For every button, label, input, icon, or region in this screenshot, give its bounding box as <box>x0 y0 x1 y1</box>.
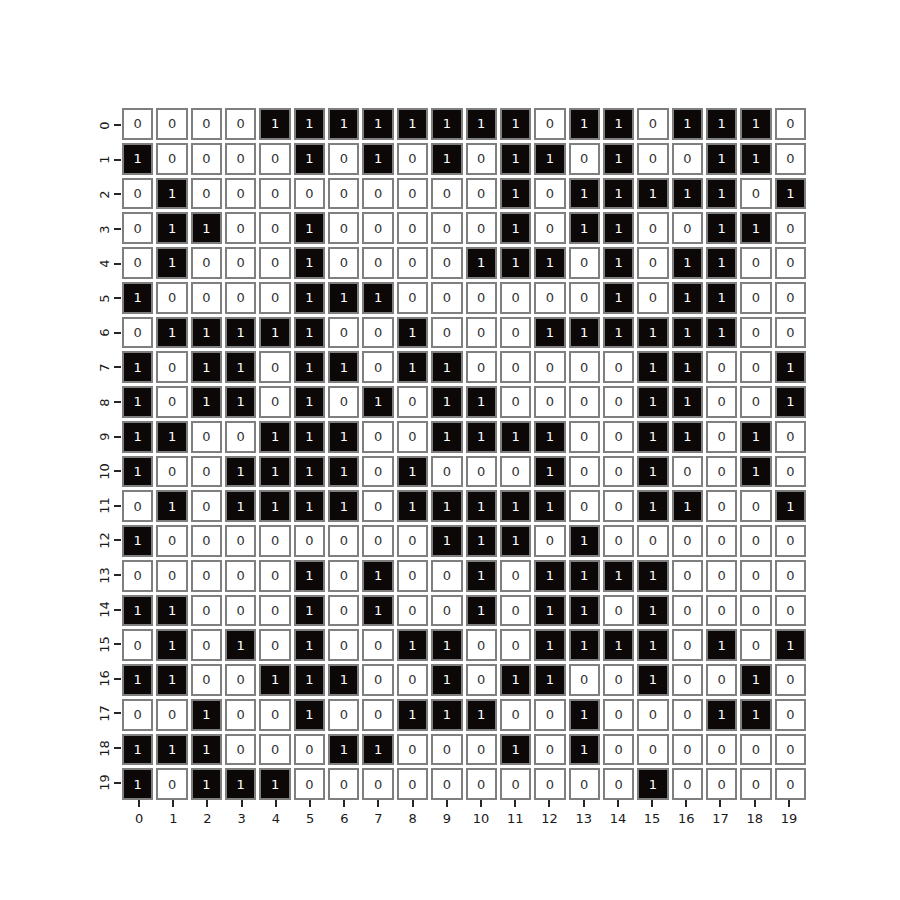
row-label: 7 <box>94 350 114 385</box>
grid-cell: 1 <box>637 490 668 522</box>
grid-cell: 1 <box>122 768 153 800</box>
grid-cell: 0 <box>637 282 668 314</box>
grid-cell: 1 <box>569 178 600 210</box>
grid-cell: 1 <box>672 490 703 522</box>
grid-cell: 0 <box>397 282 428 314</box>
grid-cell: 1 <box>225 351 256 383</box>
grid-cell: 0 <box>672 595 703 627</box>
grid-cell: 0 <box>397 386 428 418</box>
grid-cell: 0 <box>500 456 531 488</box>
grid-cell: 1 <box>466 386 497 418</box>
grid-cell: 0 <box>191 421 222 453</box>
row-tick <box>114 765 121 800</box>
grid-cell: 1 <box>637 386 668 418</box>
grid-cell: 1 <box>740 143 771 175</box>
col-tick <box>122 800 156 807</box>
grid-cell: 0 <box>466 351 497 383</box>
grid-cell: 0 <box>122 108 153 140</box>
grid-cell: 0 <box>740 560 771 592</box>
grid-cell: 0 <box>672 768 703 800</box>
grid-cell: 0 <box>500 595 531 627</box>
grid-cell: 0 <box>225 699 256 731</box>
grid-cell: 0 <box>397 734 428 766</box>
grid-cell: 0 <box>259 143 290 175</box>
grid-cell: 0 <box>225 525 256 557</box>
grid-cell: 1 <box>569 595 600 627</box>
grid-cell: 0 <box>191 560 222 592</box>
grid-cell: 1 <box>122 386 153 418</box>
grid-cell: 0 <box>328 143 359 175</box>
col-axis-labels: 012345678910111213141516171819 <box>122 811 806 829</box>
grid-cell: 0 <box>534 699 565 731</box>
grid-cell: 0 <box>569 386 600 418</box>
grid-cell: 1 <box>466 699 497 731</box>
grid-cell: 0 <box>775 560 806 592</box>
grid-cell: 0 <box>122 247 153 279</box>
grid-cell: 0 <box>156 386 187 418</box>
col-tick <box>532 800 566 807</box>
grid-cell: 0 <box>431 734 462 766</box>
grid-cell: 0 <box>740 595 771 627</box>
grid-cell: 0 <box>225 421 256 453</box>
grid-cell: 0 <box>362 351 393 383</box>
grid-cell: 0 <box>706 560 737 592</box>
grid-cell: 1 <box>328 490 359 522</box>
grid-cell: 0 <box>500 386 531 418</box>
grid-cell: 0 <box>672 664 703 696</box>
grid-cell: 1 <box>122 595 153 627</box>
grid-cell: 0 <box>225 143 256 175</box>
grid-cell: 0 <box>225 560 256 592</box>
grid-cell: 0 <box>225 734 256 766</box>
grid-cell: 0 <box>156 282 187 314</box>
grid-cell: 1 <box>259 456 290 488</box>
grid-cell: 0 <box>603 699 634 731</box>
row-tick <box>114 454 121 489</box>
grid-cell: 1 <box>637 560 668 592</box>
grid-cell: 1 <box>122 734 153 766</box>
grid-cell: 0 <box>775 595 806 627</box>
grid-cell: 1 <box>362 560 393 592</box>
row-tick <box>114 523 121 558</box>
col-label: 15 <box>635 811 669 829</box>
grid-cell: 0 <box>672 143 703 175</box>
row-tick <box>114 143 121 178</box>
grid-cell: 0 <box>500 317 531 349</box>
grid-cell: 1 <box>156 317 187 349</box>
grid-cell: 1 <box>294 212 325 244</box>
grid-cell: 1 <box>191 317 222 349</box>
grid-cell: 1 <box>225 386 256 418</box>
row-label: 1 <box>94 143 114 178</box>
grid-cell: 0 <box>259 212 290 244</box>
grid-cell: 0 <box>328 595 359 627</box>
grid-cell: 0 <box>534 351 565 383</box>
grid-cell: 1 <box>362 595 393 627</box>
row-label: 8 <box>94 385 114 420</box>
grid-cell: 1 <box>397 456 428 488</box>
col-tick <box>190 800 224 807</box>
grid-cell: 0 <box>191 247 222 279</box>
grid-cell: 0 <box>225 178 256 210</box>
grid-cell: 1 <box>500 143 531 175</box>
grid-cell: 0 <box>569 143 600 175</box>
grid-cell: 1 <box>431 108 462 140</box>
grid-cell: 1 <box>500 178 531 210</box>
col-label: 1 <box>156 811 190 829</box>
row-tick <box>114 212 121 247</box>
grid-cell: 1 <box>775 629 806 661</box>
grid-cell: 0 <box>603 456 634 488</box>
grid-cell: 1 <box>259 421 290 453</box>
row-label: 19 <box>94 765 114 800</box>
grid-cell: 1 <box>466 108 497 140</box>
grid-cell: 0 <box>259 386 290 418</box>
grid-cell: 0 <box>672 212 703 244</box>
grid-cell: 0 <box>775 699 806 731</box>
grid-cell: 0 <box>328 525 359 557</box>
grid-cell: 0 <box>362 178 393 210</box>
grid-cell: 1 <box>294 108 325 140</box>
grid-cell: 0 <box>362 768 393 800</box>
grid-cell: 0 <box>397 595 428 627</box>
grid-cell: 0 <box>740 768 771 800</box>
grid-cell: 0 <box>328 560 359 592</box>
grid-cell: 1 <box>603 143 634 175</box>
grid-cell: 1 <box>156 664 187 696</box>
grid-cell: 1 <box>569 629 600 661</box>
row-label: 10 <box>94 454 114 489</box>
grid-cell: 0 <box>294 734 325 766</box>
grid-cell: 0 <box>740 351 771 383</box>
grid-cell: 0 <box>156 525 187 557</box>
grid-cell: 0 <box>740 282 771 314</box>
grid-cell: 1 <box>569 560 600 592</box>
col-tick <box>669 800 703 807</box>
grid-cell: 0 <box>397 212 428 244</box>
grid-cell: 1 <box>603 282 634 314</box>
grid-cell: 1 <box>122 456 153 488</box>
grid-cell: 0 <box>362 212 393 244</box>
col-tick <box>567 800 601 807</box>
grid-cell: 0 <box>706 386 737 418</box>
grid-cell: 0 <box>122 490 153 522</box>
grid-cell: 0 <box>569 421 600 453</box>
grid-cell: 0 <box>706 421 737 453</box>
grid-cell: 0 <box>500 699 531 731</box>
grid-cell: 1 <box>534 143 565 175</box>
grid-cell: 0 <box>534 525 565 557</box>
grid-cell: 0 <box>534 734 565 766</box>
grid-cell: 0 <box>500 629 531 661</box>
grid-cell: 1 <box>534 664 565 696</box>
grid-cell: 0 <box>500 560 531 592</box>
grid-cell: 1 <box>156 247 187 279</box>
col-tick <box>498 800 532 807</box>
col-label: 14 <box>601 811 635 829</box>
col-label: 2 <box>190 811 224 829</box>
grid-cell: 0 <box>706 490 737 522</box>
grid-cell: 1 <box>294 317 325 349</box>
grid-cell: 1 <box>397 699 428 731</box>
grid-cell: 0 <box>362 629 393 661</box>
row-tick <box>114 627 121 662</box>
grid-cell: 0 <box>603 490 634 522</box>
grid-cell: 1 <box>569 317 600 349</box>
grid-cell: 0 <box>775 734 806 766</box>
grid-cell: 1 <box>362 734 393 766</box>
row-label: 12 <box>94 523 114 558</box>
col-label: 5 <box>293 811 327 829</box>
grid-cell: 1 <box>740 456 771 488</box>
grid-cell: 1 <box>122 525 153 557</box>
grid-cell: 0 <box>328 629 359 661</box>
grid-cell: 1 <box>569 734 600 766</box>
grid-cell: 0 <box>672 560 703 592</box>
grid-cell: 1 <box>225 317 256 349</box>
grid-cell: 1 <box>500 734 531 766</box>
row-label: 4 <box>94 246 114 281</box>
grid-cell: 1 <box>294 386 325 418</box>
grid-cell: 0 <box>259 525 290 557</box>
grid-cell: 0 <box>775 525 806 557</box>
grid-cell: 0 <box>122 629 153 661</box>
col-label: 12 <box>532 811 566 829</box>
grid-cell: 1 <box>740 699 771 731</box>
grid-cell: 1 <box>466 421 497 453</box>
grid-cell: 1 <box>294 351 325 383</box>
grid-cell: 0 <box>569 247 600 279</box>
grid-cell: 1 <box>603 317 634 349</box>
grid-cell: 0 <box>672 734 703 766</box>
grid-cell: 1 <box>122 351 153 383</box>
grid-cell: 0 <box>431 768 462 800</box>
grid-cell: 0 <box>569 768 600 800</box>
grid-cell: 1 <box>397 629 428 661</box>
grid-cell: 0 <box>225 212 256 244</box>
grid-cell: 1 <box>740 421 771 453</box>
col-label: 19 <box>772 811 806 829</box>
row-label: 11 <box>94 489 114 524</box>
grid-cell: 0 <box>294 525 325 557</box>
grid-cell: 0 <box>191 525 222 557</box>
row-tick <box>114 177 121 212</box>
grid-cell: 1 <box>740 108 771 140</box>
grid-cell: 1 <box>397 490 428 522</box>
grid-cell: 1 <box>534 456 565 488</box>
grid-cell: 0 <box>259 351 290 383</box>
grid-cell: 0 <box>603 525 634 557</box>
grid-cell: 1 <box>637 768 668 800</box>
grid-cell: 0 <box>466 456 497 488</box>
grid-cell: 0 <box>362 525 393 557</box>
col-label: 7 <box>361 811 395 829</box>
grid-cell: 1 <box>156 490 187 522</box>
grid-cell: 0 <box>740 247 771 279</box>
grid-cell: 1 <box>156 421 187 453</box>
grid-cell: 0 <box>431 282 462 314</box>
grid-cell: 0 <box>706 351 737 383</box>
row-label: 3 <box>94 212 114 247</box>
grid-cell: 0 <box>466 768 497 800</box>
board: 0000111111110110111010000101010110100110… <box>122 108 806 800</box>
grid-cell: 1 <box>500 421 531 453</box>
grid-cell: 0 <box>672 456 703 488</box>
grid-cell: 1 <box>431 490 462 522</box>
grid-cell: 1 <box>328 108 359 140</box>
col-tick <box>601 800 635 807</box>
grid-cell: 1 <box>534 490 565 522</box>
grid-cell: 1 <box>775 386 806 418</box>
grid-cell: 0 <box>259 560 290 592</box>
grid-cell: 0 <box>294 178 325 210</box>
grid-cell: 1 <box>637 351 668 383</box>
figure: 012345678910111213141516171819 000011111… <box>0 0 900 900</box>
grid-cell: 0 <box>534 386 565 418</box>
grid-cell: 0 <box>466 629 497 661</box>
grid-cell: 0 <box>362 699 393 731</box>
grid-cell: 1 <box>294 143 325 175</box>
grid-cell: 1 <box>122 143 153 175</box>
grid-cell: 0 <box>706 525 737 557</box>
grid-cell: 0 <box>156 560 187 592</box>
col-tick <box>464 800 498 807</box>
grid-cell: 1 <box>122 421 153 453</box>
grid-cell: 0 <box>569 351 600 383</box>
grid-cell: 1 <box>294 664 325 696</box>
grid-cell: 1 <box>191 734 222 766</box>
grid-cell: 0 <box>500 351 531 383</box>
grid-cell: 1 <box>706 317 737 349</box>
grid-cell: 1 <box>259 108 290 140</box>
grid-cell: 0 <box>706 456 737 488</box>
grid-cell: 0 <box>637 247 668 279</box>
col-label: 17 <box>703 811 737 829</box>
col-tick <box>703 800 737 807</box>
grid-cell: 0 <box>775 768 806 800</box>
grid-cell: 1 <box>431 421 462 453</box>
grid-cell: 1 <box>156 212 187 244</box>
grid-cell: 1 <box>534 317 565 349</box>
grid-cell: 1 <box>500 525 531 557</box>
grid-cell: 1 <box>328 282 359 314</box>
grid-cell: 0 <box>740 629 771 661</box>
grid-cell: 1 <box>706 282 737 314</box>
grid-cell: 1 <box>191 699 222 731</box>
grid-cell: 1 <box>672 178 703 210</box>
grid-cell: 1 <box>672 282 703 314</box>
grid-cell: 0 <box>225 595 256 627</box>
row-tick <box>114 696 121 731</box>
grid-cell: 0 <box>637 212 668 244</box>
row-tick <box>114 281 121 316</box>
grid-cell: 1 <box>362 143 393 175</box>
grid-cell: 0 <box>466 664 497 696</box>
grid-cell: 0 <box>328 386 359 418</box>
grid-cell: 0 <box>637 699 668 731</box>
grid-cell: 0 <box>466 734 497 766</box>
grid-cell: 0 <box>156 108 187 140</box>
grid-cell: 0 <box>328 212 359 244</box>
grid-cell: 1 <box>637 421 668 453</box>
grid-cell: 1 <box>431 351 462 383</box>
grid-cell: 1 <box>500 664 531 696</box>
row-label: 15 <box>94 627 114 662</box>
grid-cell: 0 <box>191 282 222 314</box>
grid-cell: 0 <box>259 178 290 210</box>
grid-cell: 1 <box>191 351 222 383</box>
grid-cell: 1 <box>500 490 531 522</box>
grid-cell: 1 <box>569 108 600 140</box>
grid-cell: 0 <box>156 456 187 488</box>
row-tick <box>114 489 121 524</box>
grid-cell: 1 <box>259 768 290 800</box>
grid-cell: 1 <box>603 178 634 210</box>
grid-cell: 0 <box>156 768 187 800</box>
grid-cell: 1 <box>259 490 290 522</box>
grid-cell: 0 <box>191 178 222 210</box>
row-tick <box>114 246 121 281</box>
grid-cell: 1 <box>706 178 737 210</box>
grid-cell: 0 <box>397 421 428 453</box>
grid-cell: 1 <box>225 768 256 800</box>
col-label: 4 <box>259 811 293 829</box>
grid-cell: 0 <box>362 456 393 488</box>
row-label: 16 <box>94 662 114 697</box>
grid-cell: 1 <box>534 629 565 661</box>
grid-cell: 0 <box>122 699 153 731</box>
grid-cell: 1 <box>672 317 703 349</box>
row-label: 13 <box>94 558 114 593</box>
grid-cell: 1 <box>156 734 187 766</box>
col-label: 9 <box>430 811 464 829</box>
grid-cell: 1 <box>225 456 256 488</box>
grid-cell: 1 <box>294 247 325 279</box>
grid-cell: 1 <box>122 282 153 314</box>
grid-cell: 0 <box>740 734 771 766</box>
grid-cell: 0 <box>259 699 290 731</box>
grid-cell: 0 <box>466 317 497 349</box>
grid-cell: 1 <box>466 560 497 592</box>
grid-cell: 1 <box>191 386 222 418</box>
grid-cell: 0 <box>740 317 771 349</box>
col-tick <box>635 800 669 807</box>
grid-cell: 1 <box>122 664 153 696</box>
grid-cell: 0 <box>122 212 153 244</box>
row-label: 2 <box>94 177 114 212</box>
grid-cell: 0 <box>294 768 325 800</box>
grid-cell: 1 <box>328 734 359 766</box>
grid-cell: 0 <box>259 734 290 766</box>
grid-cell: 1 <box>603 560 634 592</box>
grid-cell: 1 <box>603 212 634 244</box>
grid-cell: 0 <box>534 108 565 140</box>
grid-cell: 1 <box>191 212 222 244</box>
grid-cell: 0 <box>431 247 462 279</box>
grid-cell: 0 <box>466 212 497 244</box>
grid-cell: 1 <box>637 664 668 696</box>
col-label: 11 <box>498 811 532 829</box>
row-label: 6 <box>94 316 114 351</box>
grid-cell: 1 <box>259 317 290 349</box>
grid-cell: 1 <box>431 386 462 418</box>
grid-cell: 0 <box>397 664 428 696</box>
row-label: 18 <box>94 731 114 766</box>
grid-cell: 0 <box>603 351 634 383</box>
grid-cell: 1 <box>397 108 428 140</box>
row-tick <box>114 350 121 385</box>
grid-cell: 0 <box>397 143 428 175</box>
